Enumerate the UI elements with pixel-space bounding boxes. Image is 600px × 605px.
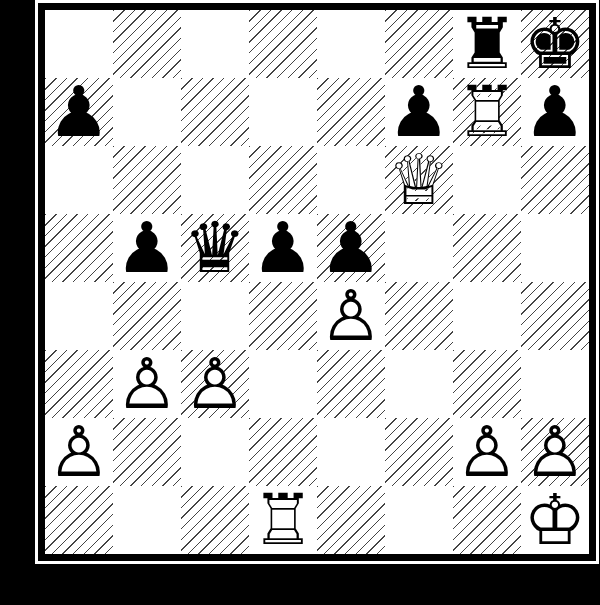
- square-b5[interactable]: ♟: [113, 214, 181, 282]
- black-pawn-fill-glyph: ♟: [45, 78, 113, 146]
- square-b4[interactable]: [113, 282, 181, 350]
- square-c5[interactable]: ♛: [181, 214, 249, 282]
- square-d1[interactable]: ♜♖: [249, 486, 317, 554]
- square-b2[interactable]: [113, 418, 181, 486]
- square-e6[interactable]: [317, 146, 385, 214]
- square-e1[interactable]: [317, 486, 385, 554]
- black-pawn-fill-glyph: ♟: [521, 78, 589, 146]
- square-d5[interactable]: ♟: [249, 214, 317, 282]
- square-g3[interactable]: [453, 350, 521, 418]
- piece-black-pawn-e5[interactable]: ♟: [317, 214, 385, 282]
- piece-white-pawn-c3[interactable]: ♟♙: [181, 350, 249, 418]
- square-h8[interactable]: ♚: [521, 10, 589, 78]
- square-a4[interactable]: [45, 282, 113, 350]
- square-f2[interactable]: [385, 418, 453, 486]
- square-f5[interactable]: [385, 214, 453, 282]
- white-pawn-outline-glyph: ♙: [113, 350, 181, 418]
- square-h4[interactable]: [521, 282, 589, 350]
- square-g1[interactable]: [453, 486, 521, 554]
- piece-white-pawn-a2[interactable]: ♟♙: [45, 418, 113, 486]
- square-c4[interactable]: [181, 282, 249, 350]
- piece-black-rook-g8[interactable]: ♜: [453, 10, 521, 78]
- square-c1[interactable]: [181, 486, 249, 554]
- square-f1[interactable]: [385, 486, 453, 554]
- square-g4[interactable]: [453, 282, 521, 350]
- square-a7[interactable]: ♟: [45, 78, 113, 146]
- square-h1[interactable]: ♚♔: [521, 486, 589, 554]
- square-f6[interactable]: ♛♕: [385, 146, 453, 214]
- square-d3[interactable]: [249, 350, 317, 418]
- square-e8[interactable]: [317, 10, 385, 78]
- piece-white-pawn-h2[interactable]: ♟♙: [521, 418, 589, 486]
- chess-board-border: ♜♚♟♟♜♖♟♛♕♟♛♟♟♟♙♟♙♟♙♟♙♟♙♟♙♜♖♚♔: [38, 3, 596, 561]
- square-e5[interactable]: ♟: [317, 214, 385, 282]
- black-pawn-fill-glyph: ♟: [113, 214, 181, 282]
- square-c8[interactable]: [181, 10, 249, 78]
- black-pawn-fill-glyph: ♟: [385, 78, 453, 146]
- white-pawn-outline-glyph: ♙: [453, 418, 521, 486]
- piece-white-pawn-b3[interactable]: ♟♙: [113, 350, 181, 418]
- piece-black-pawn-b5[interactable]: ♟: [113, 214, 181, 282]
- white-king-outline-glyph: ♔: [521, 486, 589, 554]
- square-e7[interactable]: [317, 78, 385, 146]
- square-h2[interactable]: ♟♙: [521, 418, 589, 486]
- square-a3[interactable]: [45, 350, 113, 418]
- square-e4[interactable]: ♟♙: [317, 282, 385, 350]
- piece-black-pawn-d5[interactable]: ♟: [249, 214, 317, 282]
- square-a8[interactable]: [45, 10, 113, 78]
- piece-white-pawn-g2[interactable]: ♟♙: [453, 418, 521, 486]
- square-h7[interactable]: ♟: [521, 78, 589, 146]
- square-g5[interactable]: [453, 214, 521, 282]
- square-h3[interactable]: [521, 350, 589, 418]
- black-queen-fill-glyph: ♛: [181, 214, 249, 282]
- square-b7[interactable]: [113, 78, 181, 146]
- square-d8[interactable]: [249, 10, 317, 78]
- square-e2[interactable]: [317, 418, 385, 486]
- piece-white-queen-f6[interactable]: ♛♕: [385, 146, 453, 214]
- square-d7[interactable]: [249, 78, 317, 146]
- square-f7[interactable]: ♟: [385, 78, 453, 146]
- square-c3[interactable]: ♟♙: [181, 350, 249, 418]
- square-b6[interactable]: [113, 146, 181, 214]
- white-pawn-outline-glyph: ♙: [317, 282, 385, 350]
- piece-black-pawn-a7[interactable]: ♟: [45, 78, 113, 146]
- square-d4[interactable]: [249, 282, 317, 350]
- square-a5[interactable]: [45, 214, 113, 282]
- chess-board-frame: ♜♚♟♟♜♖♟♛♕♟♛♟♟♟♙♟♙♟♙♟♙♟♙♟♙♜♖♚♔: [35, 0, 599, 564]
- square-a1[interactable]: [45, 486, 113, 554]
- square-d6[interactable]: [249, 146, 317, 214]
- white-rook-outline-glyph: ♖: [453, 78, 521, 146]
- square-f8[interactable]: [385, 10, 453, 78]
- square-c7[interactable]: [181, 78, 249, 146]
- square-f3[interactable]: [385, 350, 453, 418]
- piece-black-pawn-f7[interactable]: ♟: [385, 78, 453, 146]
- square-a2[interactable]: ♟♙: [45, 418, 113, 486]
- white-queen-outline-glyph: ♕: [385, 146, 453, 214]
- square-a6[interactable]: [45, 146, 113, 214]
- square-h6[interactable]: [521, 146, 589, 214]
- square-g7[interactable]: ♜♖: [453, 78, 521, 146]
- square-b3[interactable]: ♟♙: [113, 350, 181, 418]
- piece-white-pawn-e4[interactable]: ♟♙: [317, 282, 385, 350]
- square-g8[interactable]: ♜: [453, 10, 521, 78]
- square-f4[interactable]: [385, 282, 453, 350]
- white-pawn-outline-glyph: ♙: [521, 418, 589, 486]
- square-g2[interactable]: ♟♙: [453, 418, 521, 486]
- square-c2[interactable]: [181, 418, 249, 486]
- square-h5[interactable]: [521, 214, 589, 282]
- black-pawn-fill-glyph: ♟: [317, 214, 385, 282]
- square-g6[interactable]: [453, 146, 521, 214]
- square-e3[interactable]: [317, 350, 385, 418]
- piece-white-rook-d1[interactable]: ♜♖: [249, 486, 317, 554]
- piece-white-king-h1[interactable]: ♚♔: [521, 486, 589, 554]
- piece-black-queen-c5[interactable]: ♛: [181, 214, 249, 282]
- black-king-fill-glyph: ♚: [521, 10, 589, 78]
- black-rook-fill-glyph: ♜: [453, 10, 521, 78]
- piece-black-pawn-h7[interactable]: ♟: [521, 78, 589, 146]
- black-pawn-fill-glyph: ♟: [249, 214, 317, 282]
- white-rook-outline-glyph: ♖: [249, 486, 317, 554]
- white-pawn-outline-glyph: ♙: [181, 350, 249, 418]
- piece-black-king-h8[interactable]: ♚: [521, 10, 589, 78]
- piece-white-rook-g7[interactable]: ♜♖: [453, 78, 521, 146]
- white-pawn-outline-glyph: ♙: [45, 418, 113, 486]
- square-d2[interactable]: [249, 418, 317, 486]
- square-b1[interactable]: [113, 486, 181, 554]
- chess-board: ♜♚♟♟♜♖♟♛♕♟♛♟♟♟♙♟♙♟♙♟♙♟♙♟♙♜♖♚♔: [45, 10, 589, 554]
- square-b8[interactable]: [113, 10, 181, 78]
- square-c6[interactable]: [181, 146, 249, 214]
